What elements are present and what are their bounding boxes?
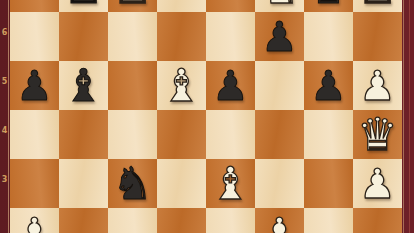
chess-board: ♜♜♞♚♜♟♟♝♝♟♟♟♛♞♝♟♟♟ 6543 <box>0 0 414 233</box>
piece-white-bishop-d5[interactable]: ♝ <box>157 61 206 110</box>
square-d5[interactable]: ♝ <box>157 61 206 110</box>
rank-label-4: 4 <box>0 126 9 135</box>
square-a2[interactable]: ♟ <box>10 208 59 233</box>
board-border-right-edge <box>403 0 404 233</box>
square-h2[interactable] <box>353 208 402 233</box>
square-d4[interactable] <box>157 110 206 159</box>
piece-white-queen-h4[interactable]: ♛ <box>353 110 402 159</box>
square-f6[interactable]: ♟ <box>255 12 304 61</box>
square-d7[interactable] <box>157 0 206 12</box>
piece-black-bishop-b5[interactable]: ♝ <box>59 61 108 110</box>
square-e6[interactable] <box>206 12 255 61</box>
square-f3[interactable] <box>255 159 304 208</box>
square-b5[interactable]: ♝ <box>59 61 108 110</box>
square-e5[interactable]: ♟ <box>206 61 255 110</box>
square-a7[interactable] <box>10 0 59 12</box>
square-h4[interactable]: ♛ <box>353 110 402 159</box>
piece-black-king-g7[interactable]: ♚ <box>304 0 353 12</box>
piece-white-pawn-h5[interactable]: ♟ <box>353 61 402 110</box>
square-d3[interactable] <box>157 159 206 208</box>
square-e4[interactable] <box>206 110 255 159</box>
square-b2[interactable] <box>59 208 108 233</box>
square-g6[interactable] <box>304 12 353 61</box>
square-a5[interactable]: ♟ <box>10 61 59 110</box>
rank-label-5: 5 <box>0 77 9 86</box>
piece-black-pawn-f6[interactable]: ♟ <box>255 12 304 61</box>
board-grid: ♜♜♞♚♜♟♟♝♝♟♟♟♛♞♝♟♟♟ <box>10 0 402 233</box>
rank-label-3: 3 <box>0 175 9 184</box>
square-d6[interactable] <box>157 12 206 61</box>
square-h6[interactable] <box>353 12 402 61</box>
square-h3[interactable]: ♟ <box>353 159 402 208</box>
square-c5[interactable] <box>108 61 157 110</box>
piece-white-knight-f7[interactable]: ♞ <box>255 0 304 12</box>
piece-black-knight-c3[interactable]: ♞ <box>108 159 157 208</box>
piece-white-pawn-f2[interactable]: ♟ <box>255 208 304 233</box>
square-a4[interactable] <box>10 110 59 159</box>
piece-black-rook-b7[interactable]: ♜ <box>59 0 108 12</box>
square-e7[interactable] <box>206 0 255 12</box>
rank-label-6: 6 <box>0 28 9 37</box>
square-f4[interactable] <box>255 110 304 159</box>
piece-black-pawn-g5[interactable]: ♟ <box>304 61 353 110</box>
square-e2[interactable] <box>206 208 255 233</box>
square-g5[interactable]: ♟ <box>304 61 353 110</box>
piece-white-rook-h7[interactable]: ♜ <box>353 0 402 12</box>
square-b7[interactable]: ♜ <box>59 0 108 12</box>
square-c4[interactable] <box>108 110 157 159</box>
square-b4[interactable] <box>59 110 108 159</box>
piece-black-pawn-a5[interactable]: ♟ <box>10 61 59 110</box>
square-h7[interactable]: ♜ <box>353 0 402 12</box>
square-g3[interactable] <box>304 159 353 208</box>
square-b3[interactable] <box>59 159 108 208</box>
square-c2[interactable] <box>108 208 157 233</box>
square-c7[interactable]: ♜ <box>108 0 157 12</box>
square-f7[interactable]: ♞ <box>255 0 304 12</box>
square-b6[interactable] <box>59 12 108 61</box>
piece-white-pawn-h3[interactable]: ♟ <box>353 159 402 208</box>
piece-white-rook-c7[interactable]: ♜ <box>108 0 157 12</box>
square-d2[interactable] <box>157 208 206 233</box>
square-g2[interactable] <box>304 208 353 233</box>
square-f2[interactable]: ♟ <box>255 208 304 233</box>
square-f5[interactable] <box>255 61 304 110</box>
square-e3[interactable]: ♝ <box>206 159 255 208</box>
square-c3[interactable]: ♞ <box>108 159 157 208</box>
board-border-right-outer <box>409 0 410 233</box>
piece-white-bishop-e3[interactable]: ♝ <box>206 159 255 208</box>
square-a6[interactable] <box>10 12 59 61</box>
piece-black-pawn-e5[interactable]: ♟ <box>206 61 255 110</box>
piece-white-pawn-a2[interactable]: ♟ <box>10 208 59 233</box>
square-c6[interactable] <box>108 12 157 61</box>
square-g4[interactable] <box>304 110 353 159</box>
square-g7[interactable]: ♚ <box>304 0 353 12</box>
square-h5[interactable]: ♟ <box>353 61 402 110</box>
square-a3[interactable] <box>10 159 59 208</box>
